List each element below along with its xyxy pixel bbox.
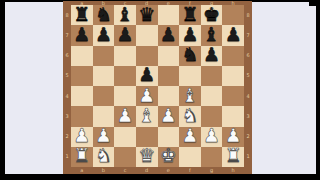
white-king-e1[interactable]: ♚ [160, 146, 177, 165]
square-e1[interactable]: ♚ [158, 147, 180, 167]
white-knight-b1[interactable]: ♞ [95, 146, 112, 165]
black-pawn-e7[interactable]: ♟ [160, 25, 177, 44]
board-border-corner [244, 167, 252, 174]
black-knight-b8[interactable]: ♞ [95, 5, 112, 24]
square-g1[interactable] [201, 147, 223, 167]
rank-label-right-4: 4 [244, 86, 252, 106]
black-queen-d8[interactable]: ♛ [138, 5, 155, 24]
page: abcdefgh8♜♞♝♛♜♚87♟♟♟♟♟♝♟76♞♟65♟54♟♝43♟♝♟… [0, 0, 320, 180]
square-b4[interactable] [93, 86, 115, 106]
square-h7[interactable]: ♟ [222, 25, 244, 45]
black-pawn-f7[interactable]: ♟ [181, 25, 198, 44]
rank-label-right-2: 2 [244, 127, 252, 147]
square-c2[interactable] [114, 127, 136, 147]
file-label-bottom-d: d [136, 167, 158, 174]
corner-mark [309, 0, 317, 6]
file-label-bottom-e: e [158, 167, 180, 174]
square-a5[interactable] [71, 66, 93, 86]
black-bishop-g7[interactable]: ♝ [203, 25, 220, 44]
file-label-bottom-g: g [201, 167, 223, 174]
square-c7[interactable]: ♟ [114, 25, 136, 45]
white-pawn-b2[interactable]: ♟ [95, 126, 112, 145]
white-pawn-f2[interactable]: ♟ [181, 126, 198, 145]
square-c1[interactable] [114, 147, 136, 167]
file-label-bottom-b: b [93, 167, 115, 174]
white-bishop-f4[interactable]: ♝ [181, 86, 198, 105]
file-label-bottom-h: h [222, 167, 244, 174]
black-pawn-b7[interactable]: ♟ [95, 25, 112, 44]
white-pawn-c3[interactable]: ♟ [117, 106, 134, 125]
square-h4[interactable] [222, 86, 244, 106]
rank-label-left-5: 5 [63, 66, 71, 86]
white-pawn-h2[interactable]: ♟ [225, 126, 242, 145]
rank-label-right-6: 6 [244, 46, 252, 66]
white-rook-h1[interactable]: ♜ [225, 146, 242, 165]
square-a7[interactable]: ♟ [71, 25, 93, 45]
square-b1[interactable]: ♞ [93, 147, 115, 167]
rank-label-right-3: 3 [244, 106, 252, 126]
square-g4[interactable] [201, 86, 223, 106]
black-rook-a8[interactable]: ♜ [73, 5, 90, 24]
square-c6[interactable] [114, 46, 136, 66]
rank-label-left-6: 6 [63, 46, 71, 66]
square-a1[interactable]: ♜ [71, 147, 93, 167]
black-pawn-a7[interactable]: ♟ [73, 25, 90, 44]
square-h5[interactable] [222, 66, 244, 86]
rank-label-left-8: 8 [63, 5, 71, 25]
file-label-bottom-c: c [114, 167, 136, 174]
square-b5[interactable] [93, 66, 115, 86]
square-e6[interactable] [158, 46, 180, 66]
square-h6[interactable] [222, 46, 244, 66]
square-g5[interactable] [201, 66, 223, 86]
chess-board: abcdefgh8♜♞♝♛♜♚87♟♟♟♟♟♝♟76♞♟65♟54♟♝43♟♝♟… [63, 1, 252, 174]
black-knight-f6[interactable]: ♞ [181, 45, 198, 64]
white-pawn-e3[interactable]: ♟ [160, 106, 177, 125]
rank-label-left-3: 3 [63, 106, 71, 126]
file-label-bottom-a: a [71, 167, 93, 174]
square-g2[interactable]: ♟ [201, 127, 223, 147]
square-b6[interactable] [93, 46, 115, 66]
white-rook-a1[interactable]: ♜ [73, 146, 90, 165]
square-c5[interactable] [114, 66, 136, 86]
file-label-bottom-f: f [179, 167, 201, 174]
square-b7[interactable]: ♟ [93, 25, 115, 45]
square-d7[interactable] [136, 25, 158, 45]
rank-label-left-7: 7 [63, 25, 71, 45]
black-pawn-g6[interactable]: ♟ [203, 45, 220, 64]
white-bishop-d3[interactable]: ♝ [138, 106, 155, 125]
rank-label-right-5: 5 [244, 66, 252, 86]
square-d8[interactable]: ♛ [136, 5, 158, 25]
square-e5[interactable] [158, 66, 180, 86]
square-g6[interactable]: ♟ [201, 46, 223, 66]
square-d3[interactable]: ♝ [136, 106, 158, 126]
square-c3[interactable]: ♟ [114, 106, 136, 126]
white-queen-d1[interactable]: ♛ [138, 146, 155, 165]
rank-label-right-8: 8 [244, 5, 252, 25]
square-f6[interactable]: ♞ [179, 46, 201, 66]
square-d1[interactable]: ♛ [136, 147, 158, 167]
square-f1[interactable] [179, 147, 201, 167]
black-pawn-h7[interactable]: ♟ [225, 25, 242, 44]
square-e7[interactable]: ♟ [158, 25, 180, 45]
black-rook-f8[interactable]: ♜ [181, 5, 198, 24]
white-pawn-d4[interactable]: ♟ [138, 86, 155, 105]
square-a4[interactable] [71, 86, 93, 106]
white-pawn-a2[interactable]: ♟ [73, 126, 90, 145]
square-f2[interactable]: ♟ [179, 127, 201, 147]
board-border-corner [63, 167, 71, 174]
black-king-g8[interactable]: ♚ [203, 5, 220, 24]
rank-label-left-1: 1 [63, 147, 71, 167]
black-pawn-d5[interactable]: ♟ [138, 65, 155, 84]
square-a6[interactable] [71, 46, 93, 66]
white-knight-f3[interactable]: ♞ [181, 106, 198, 125]
rank-label-right-1: 1 [244, 147, 252, 167]
rank-label-left-4: 4 [63, 86, 71, 106]
square-e3[interactable]: ♟ [158, 106, 180, 126]
black-bishop-c8[interactable]: ♝ [117, 5, 134, 24]
black-pawn-c7[interactable]: ♟ [117, 25, 134, 44]
rank-label-right-7: 7 [244, 25, 252, 45]
white-pawn-g2[interactable]: ♟ [203, 126, 220, 145]
rank-label-left-2: 2 [63, 127, 71, 147]
square-h1[interactable]: ♜ [222, 147, 244, 167]
